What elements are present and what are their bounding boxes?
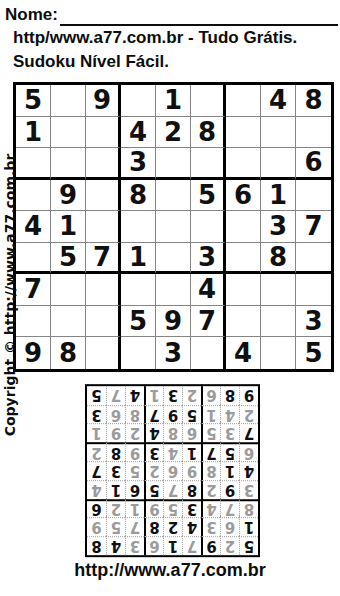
puzzle-cell-r8c1[interactable] bbox=[16, 306, 51, 338]
puzzle-title: Sudoku Nível Fácil. bbox=[13, 52, 169, 72]
solution-cell-r3c4: 3 bbox=[182, 499, 201, 518]
sudoku-solution-grid-rotated-180: 5297163481634287598743591263928756144189… bbox=[85, 384, 260, 557]
puzzle-cell-r3c3[interactable] bbox=[86, 148, 121, 180]
solution-cell-r9c2: 8 bbox=[220, 386, 239, 405]
solution-cell-r2c7: 7 bbox=[125, 518, 144, 537]
puzzle-cell-r6c7[interactable] bbox=[226, 243, 261, 275]
sudoku-print-page: Nome: http/www.a77.com.br - Tudo Grátis.… bbox=[0, 0, 340, 596]
puzzle-cell-r2c4[interactable]: 4 bbox=[121, 117, 156, 149]
solution-cell-r6c9: 2 bbox=[87, 442, 106, 461]
puzzle-cell-r3c2[interactable] bbox=[51, 148, 86, 180]
puzzle-cell-r1c2[interactable] bbox=[51, 85, 86, 117]
solution-cell-r6c8: 8 bbox=[106, 442, 125, 461]
solution-cell-r8c8: 6 bbox=[106, 405, 125, 424]
solution-cell-r7c4: 6 bbox=[182, 424, 201, 443]
puzzle-cell-r2c9[interactable] bbox=[296, 117, 331, 149]
solution-cell-r9c1: 9 bbox=[239, 386, 258, 405]
puzzle-cell-r2c1[interactable]: 1 bbox=[16, 117, 51, 149]
puzzle-cell-r5c4[interactable] bbox=[121, 211, 156, 243]
puzzle-cell-r3c1[interactable] bbox=[16, 148, 51, 180]
puzzle-cell-r5c5[interactable] bbox=[156, 211, 191, 243]
puzzle-cell-r9c6[interactable] bbox=[191, 337, 226, 369]
solution-cell-r6c5: 4 bbox=[163, 442, 182, 461]
solution-cell-r1c2: 2 bbox=[220, 536, 239, 555]
puzzle-cell-r5c9[interactable]: 7 bbox=[296, 211, 331, 243]
puzzle-cell-r1c8[interactable]: 4 bbox=[261, 85, 296, 117]
puzzle-cell-r1c9[interactable]: 8 bbox=[296, 85, 331, 117]
solution-cell-r7c5: 8 bbox=[163, 424, 182, 443]
puzzle-cell-r8c5[interactable]: 9 bbox=[156, 306, 191, 338]
puzzle-cell-r4c3[interactable] bbox=[86, 180, 121, 212]
solution-cell-r1c8: 4 bbox=[106, 536, 125, 555]
puzzle-cell-r2c5[interactable]: 2 bbox=[156, 117, 191, 149]
solution-cell-r3c2: 7 bbox=[220, 499, 239, 518]
puzzle-cell-r6c9[interactable] bbox=[296, 243, 331, 275]
solution-cell-r3c9: 6 bbox=[87, 499, 106, 518]
solution-cell-r7c1: 7 bbox=[239, 424, 258, 443]
solution-cell-r1c5: 1 bbox=[163, 536, 182, 555]
puzzle-cell-r9c7[interactable]: 4 bbox=[226, 337, 261, 369]
solution-cell-r5c4: 9 bbox=[182, 461, 201, 480]
solution-cell-r1c3: 9 bbox=[201, 536, 220, 555]
puzzle-cell-r8c8[interactable] bbox=[261, 306, 296, 338]
solution-cell-r6c6: 3 bbox=[144, 442, 163, 461]
solution-cell-r6c4: 1 bbox=[182, 442, 201, 461]
puzzle-cell-r7c5[interactable] bbox=[156, 274, 191, 306]
solution-cell-r2c5: 2 bbox=[163, 518, 182, 537]
solution-cell-r3c8: 2 bbox=[106, 499, 125, 518]
solution-cell-r5c9: 7 bbox=[87, 461, 106, 480]
solution-cell-r3c3: 4 bbox=[201, 499, 220, 518]
solution-cell-r6c7: 9 bbox=[125, 442, 144, 461]
puzzle-cell-r6c2[interactable]: 5 bbox=[51, 243, 86, 275]
solution-cell-r3c1: 8 bbox=[239, 499, 258, 518]
solution-cell-r9c6: 1 bbox=[144, 386, 163, 405]
puzzle-cell-r2c8[interactable] bbox=[261, 117, 296, 149]
solution-cell-r8c5: 9 bbox=[163, 405, 182, 424]
solution-cell-r7c3: 5 bbox=[201, 424, 220, 443]
solution-cell-r7c2: 3 bbox=[220, 424, 239, 443]
name-label: Nome: bbox=[5, 4, 58, 26]
puzzle-cell-r9c9[interactable]: 5 bbox=[296, 337, 331, 369]
puzzle-cell-r2c3[interactable] bbox=[86, 117, 121, 149]
solution-cell-r4c1: 3 bbox=[239, 480, 258, 499]
puzzle-cell-r1c3[interactable]: 9 bbox=[86, 85, 121, 117]
puzzle-cell-r4c2[interactable]: 9 bbox=[51, 180, 86, 212]
puzzle-cell-r9c8[interactable] bbox=[261, 337, 296, 369]
puzzle-cell-r5c8[interactable]: 3 bbox=[261, 211, 296, 243]
solution-cell-r2c3: 3 bbox=[201, 518, 220, 537]
solution-cell-r5c6: 2 bbox=[144, 461, 163, 480]
solution-cell-r7c9: 1 bbox=[87, 424, 106, 443]
solution-cell-r6c1: 6 bbox=[239, 442, 258, 461]
solution-cell-r4c8: 1 bbox=[106, 480, 125, 499]
solution-cell-r8c3: 1 bbox=[201, 405, 220, 424]
copyright-vertical-text: Copyright © http://www.a77.com.br bbox=[2, 154, 18, 437]
puzzle-cell-r5c6[interactable] bbox=[191, 211, 226, 243]
puzzle-cell-r3c5[interactable] bbox=[156, 148, 191, 180]
solution-cell-r9c5: 3 bbox=[163, 386, 182, 405]
puzzle-cell-r3c8[interactable] bbox=[261, 148, 296, 180]
solution-cell-r9c9: 5 bbox=[87, 386, 106, 405]
solution-cell-r5c7: 5 bbox=[125, 461, 144, 480]
solution-cell-r2c8: 5 bbox=[106, 518, 125, 537]
solution-cell-r5c3: 8 bbox=[201, 461, 220, 480]
solution-cell-r1c1: 5 bbox=[239, 536, 258, 555]
solution-cell-r1c9: 8 bbox=[87, 536, 106, 555]
solution-cell-r7c6: 4 bbox=[144, 424, 163, 443]
sudoku-puzzle-grid[interactable]: 591481428369856141375713874597398345 bbox=[13, 82, 334, 372]
solution-cell-r2c4: 4 bbox=[182, 518, 201, 537]
solution-cell-r5c8: 3 bbox=[106, 461, 125, 480]
puzzle-cell-r4c6[interactable]: 5 bbox=[191, 180, 226, 212]
puzzle-cell-r7c3[interactable] bbox=[86, 274, 121, 306]
puzzle-cell-r9c1[interactable]: 9 bbox=[16, 337, 51, 369]
solution-cell-r8c7: 8 bbox=[125, 405, 144, 424]
solution-cell-r3c6: 9 bbox=[144, 499, 163, 518]
puzzle-cell-r8c2[interactable] bbox=[51, 306, 86, 338]
puzzle-cell-r6c3[interactable]: 7 bbox=[86, 243, 121, 275]
puzzle-cell-r9c4[interactable] bbox=[121, 337, 156, 369]
solution-cell-r7c8: 9 bbox=[106, 424, 125, 443]
solution-cell-r4c7: 6 bbox=[125, 480, 144, 499]
puzzle-cell-r8c4[interactable]: 5 bbox=[121, 306, 156, 338]
puzzle-cell-r7c8[interactable] bbox=[261, 274, 296, 306]
solution-cell-r9c4: 2 bbox=[182, 386, 201, 405]
puzzle-cell-r7c4[interactable] bbox=[121, 274, 156, 306]
solution-cell-r5c1: 4 bbox=[239, 461, 258, 480]
puzzle-cell-r1c7[interactable] bbox=[226, 85, 261, 117]
solution-cell-r4c2: 9 bbox=[220, 480, 239, 499]
puzzle-cell-r6c5[interactable] bbox=[156, 243, 191, 275]
solution-cell-r4c6: 5 bbox=[144, 480, 163, 499]
puzzle-cell-r8c7[interactable] bbox=[226, 306, 261, 338]
puzzle-cell-r4c5[interactable] bbox=[156, 180, 191, 212]
solution-cell-r2c2: 6 bbox=[220, 518, 239, 537]
puzzle-cell-r1c1[interactable]: 5 bbox=[16, 85, 51, 117]
solution-cell-r4c5: 7 bbox=[163, 480, 182, 499]
puzzle-cell-r4c9[interactable] bbox=[296, 180, 331, 212]
puzzle-cell-r6c1[interactable] bbox=[16, 243, 51, 275]
puzzle-cell-r8c6[interactable]: 7 bbox=[191, 306, 226, 338]
puzzle-cell-r6c4[interactable]: 1 bbox=[121, 243, 156, 275]
puzzle-cell-r9c2[interactable]: 8 bbox=[51, 337, 86, 369]
solution-cell-r7c7: 2 bbox=[125, 424, 144, 443]
solution-cell-r4c3: 2 bbox=[201, 480, 220, 499]
solution-cell-r1c4: 7 bbox=[182, 536, 201, 555]
puzzle-cell-r7c1[interactable]: 7 bbox=[16, 274, 51, 306]
solution-cell-r1c6: 6 bbox=[144, 536, 163, 555]
puzzle-cell-r5c1[interactable]: 4 bbox=[16, 211, 51, 243]
solution-cell-r3c7: 1 bbox=[125, 499, 144, 518]
solution-cell-r6c3: 7 bbox=[201, 442, 220, 461]
puzzle-cell-r4c7[interactable]: 6 bbox=[226, 180, 261, 212]
solution-cell-r1c7: 3 bbox=[125, 536, 144, 555]
puzzle-cell-r5c2[interactable]: 1 bbox=[51, 211, 86, 243]
puzzle-cell-r4c8[interactable]: 1 bbox=[261, 180, 296, 212]
puzzle-cell-r2c6[interactable]: 8 bbox=[191, 117, 226, 149]
site-tagline: http/www.a77.com.br - Tudo Grátis. bbox=[13, 28, 297, 48]
footer-url: http://www.a77.com.br bbox=[0, 560, 340, 581]
solution-cell-r6c2: 5 bbox=[220, 442, 239, 461]
puzzle-cell-r3c6[interactable] bbox=[191, 148, 226, 180]
puzzle-cell-r8c3[interactable] bbox=[86, 306, 121, 338]
name-blank-underline bbox=[60, 4, 338, 26]
solution-cell-r5c2: 1 bbox=[220, 461, 239, 480]
solution-cell-r9c8: 7 bbox=[106, 386, 125, 405]
puzzle-cell-r4c1[interactable] bbox=[16, 180, 51, 212]
solution-cell-r2c9: 9 bbox=[87, 518, 106, 537]
solution-cell-r4c9: 4 bbox=[87, 480, 106, 499]
solution-cell-r9c3: 6 bbox=[201, 386, 220, 405]
puzzle-cell-r3c9[interactable]: 6 bbox=[296, 148, 331, 180]
solution-cell-r2c1: 1 bbox=[239, 518, 258, 537]
puzzle-cell-r1c6[interactable] bbox=[191, 85, 226, 117]
solution-cell-r3c5: 5 bbox=[163, 499, 182, 518]
puzzle-cell-r7c9[interactable] bbox=[296, 274, 331, 306]
puzzle-cell-r8c9[interactable]: 3 bbox=[296, 306, 331, 338]
puzzle-cell-r9c3[interactable] bbox=[86, 337, 121, 369]
puzzle-cell-r3c4[interactable]: 3 bbox=[121, 148, 156, 180]
puzzle-cell-r3c7[interactable] bbox=[226, 148, 261, 180]
puzzle-cell-r6c8[interactable]: 8 bbox=[261, 243, 296, 275]
puzzle-cell-r7c2[interactable] bbox=[51, 274, 86, 306]
puzzle-cell-r1c5[interactable]: 1 bbox=[156, 85, 191, 117]
puzzle-cell-r5c3[interactable] bbox=[86, 211, 121, 243]
puzzle-cell-r9c5[interactable]: 3 bbox=[156, 337, 191, 369]
puzzle-cell-r7c7[interactable] bbox=[226, 274, 261, 306]
puzzle-cell-r1c4[interactable] bbox=[121, 85, 156, 117]
solution-cell-r8c9: 3 bbox=[87, 405, 106, 424]
solution-cell-r5c5: 6 bbox=[163, 461, 182, 480]
solution-cell-r9c7: 4 bbox=[125, 386, 144, 405]
solution-cell-r8c6: 7 bbox=[144, 405, 163, 424]
puzzle-cell-r6c6[interactable]: 3 bbox=[191, 243, 226, 275]
solution-cell-r8c2: 4 bbox=[220, 405, 239, 424]
solution-cell-r8c4: 5 bbox=[182, 405, 201, 424]
puzzle-cell-r5c7[interactable] bbox=[226, 211, 261, 243]
puzzle-cell-r2c2[interactable] bbox=[51, 117, 86, 149]
solution-cell-r2c6: 8 bbox=[144, 518, 163, 537]
puzzle-cell-r4c4[interactable]: 8 bbox=[121, 180, 156, 212]
solution-cell-r4c4: 8 bbox=[182, 480, 201, 499]
solution-cell-r8c1: 2 bbox=[239, 405, 258, 424]
name-row: Nome: bbox=[5, 4, 338, 26]
puzzle-cell-r2c7[interactable] bbox=[226, 117, 261, 149]
puzzle-cell-r7c6[interactable]: 4 bbox=[191, 274, 226, 306]
